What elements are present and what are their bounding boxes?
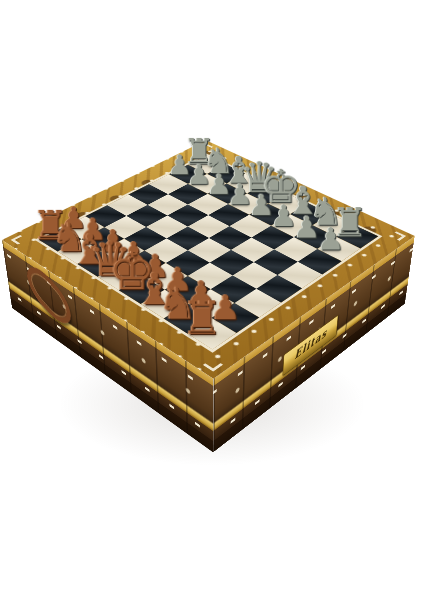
corner-inlay-icon xyxy=(203,358,223,372)
board-frame: ♜♞♝♛♚♝♞♜♟♟♟♟♟♟♟♟♟♟♟♟♟♟♟♟♜♞♝♛♚♝♞♜ Elitas xyxy=(2,140,415,379)
square-h7[interactable]: ♟ xyxy=(317,237,360,262)
corner-inlay-icon xyxy=(389,231,406,240)
square-h1[interactable]: ♜ xyxy=(188,318,237,349)
piece-copper-rook[interactable]: ♜ xyxy=(173,294,231,340)
square-e4[interactable] xyxy=(188,238,231,263)
photo-scene: ♜♞♝♛♚♝♞♜♟♟♟♟♟♟♟♟♟♟♟♟♟♟♟♟♜♞♝♛♚♝♞♜ Elitas xyxy=(0,0,424,600)
piece-silver-pawn[interactable]: ♟ xyxy=(305,224,356,255)
